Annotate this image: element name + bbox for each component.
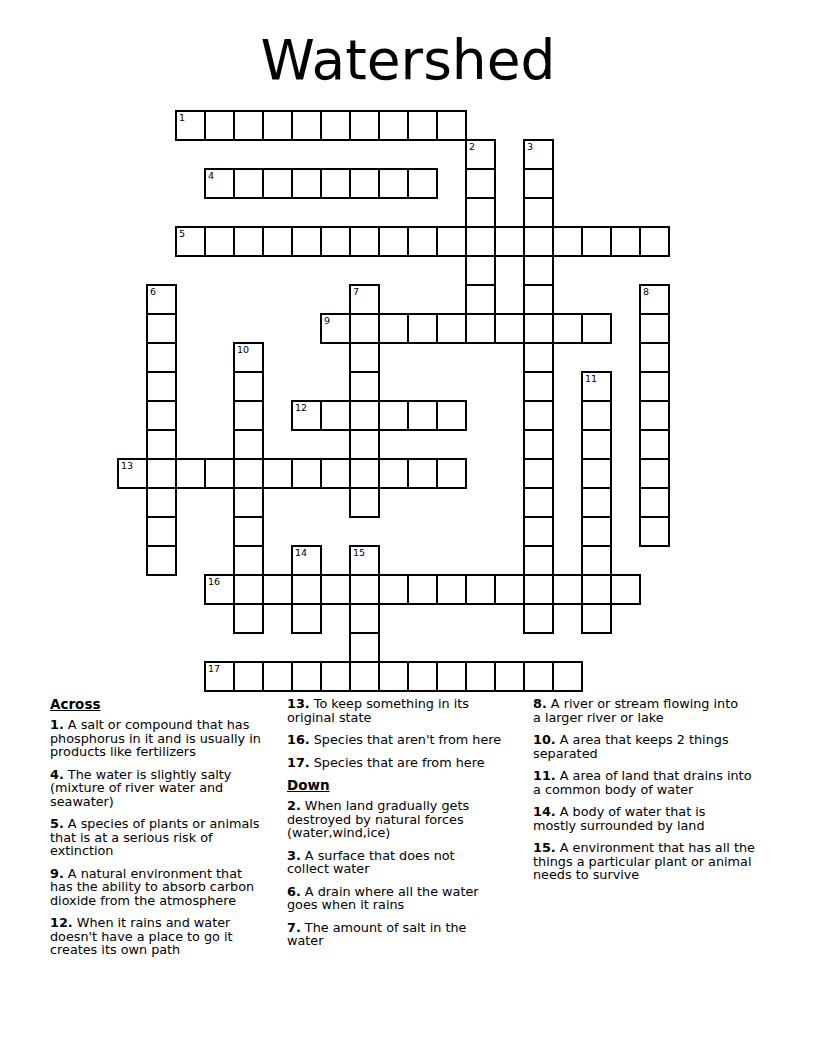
grid-cell[interactable] — [494, 226, 525, 257]
grid-cell[interactable] — [581, 400, 612, 431]
grid-cell[interactable] — [523, 226, 554, 257]
clue-down-11: 11. A area of land that drains into a co… — [533, 769, 785, 796]
grid-cell[interactable]: 5 — [175, 226, 206, 257]
grid-cell[interactable] — [523, 487, 554, 518]
cell-clue-number: 15 — [353, 547, 365, 558]
grid-cell[interactable] — [349, 400, 380, 431]
clue-down-14: 14. A body of water that is mostly surro… — [533, 805, 785, 832]
cell-clue-number: 2 — [469, 141, 475, 152]
grid-cell[interactable] — [436, 574, 467, 605]
down-header: Down — [287, 778, 531, 793]
grid-cell[interactable] — [465, 255, 496, 286]
grid-cell[interactable] — [320, 458, 351, 489]
clue-text: When it rains and water doesn't have a p… — [50, 915, 233, 957]
clue-text: A environment that has all the things a … — [533, 840, 755, 882]
grid-cell[interactable] — [233, 603, 264, 634]
clue-across-5: 5. A species of plants or animals that i… — [50, 817, 286, 858]
grid-cell[interactable] — [581, 603, 612, 634]
clue-across-1: 1. A salt or compound that has phosphoru… — [50, 718, 286, 759]
grid-cell[interactable] — [552, 313, 583, 344]
grid-cell[interactable] — [581, 574, 612, 605]
clue-across-17: 17. Species that are from here — [287, 756, 531, 770]
grid-cell[interactable]: 12 — [291, 400, 322, 431]
clue-text: A surface that does not collect water — [287, 848, 455, 877]
grid-cell[interactable] — [378, 110, 409, 141]
grid-cell[interactable] — [262, 226, 293, 257]
clue-text: A area that keeps 2 things separated — [533, 732, 729, 761]
grid-cell[interactable] — [581, 487, 612, 518]
grid-cell[interactable] — [146, 545, 177, 576]
cell-clue-number: 9 — [324, 315, 330, 326]
grid-cell[interactable] — [581, 545, 612, 576]
grid-cell[interactable] — [465, 574, 496, 605]
grid-cell[interactable] — [146, 516, 177, 547]
grid-cell[interactable] — [233, 661, 264, 692]
grid-cell[interactable] — [523, 545, 554, 576]
grid-cell[interactable] — [494, 661, 525, 692]
grid-cell[interactable] — [320, 168, 351, 199]
grid-cell[interactable] — [407, 110, 438, 141]
grid-cell[interactable] — [349, 458, 380, 489]
grid-cell[interactable] — [349, 313, 380, 344]
grid-cell[interactable] — [146, 371, 177, 402]
grid-cell[interactable] — [233, 168, 264, 199]
grid-cell[interactable]: 3 — [523, 139, 554, 170]
grid-cell[interactable] — [262, 458, 293, 489]
grid-cell[interactable] — [320, 400, 351, 431]
grid-cell[interactable] — [552, 226, 583, 257]
grid-cell[interactable] — [523, 342, 554, 373]
grid-cell[interactable]: 10 — [233, 342, 264, 373]
clue-down-8: 8. A river or stream flowing into a larg… — [533, 697, 785, 724]
grid-cell[interactable] — [523, 603, 554, 634]
clue-text: A natural environment that has the abili… — [50, 866, 254, 908]
grid-cell[interactable]: 11 — [581, 371, 612, 402]
grid-cell[interactable] — [465, 313, 496, 344]
grid-cell[interactable] — [233, 110, 264, 141]
cell-clue-number: 3 — [527, 141, 533, 152]
grid-cell[interactable] — [494, 313, 525, 344]
clue-column-1: Across1. A salt or compound that has pho… — [50, 697, 286, 966]
cell-clue-number: 8 — [643, 286, 649, 297]
grid-cell[interactable] — [233, 400, 264, 431]
clue-down-2: 2. When land gradually gets destroyed by… — [287, 799, 531, 840]
grid-cell[interactable] — [465, 226, 496, 257]
grid-cell[interactable] — [552, 661, 583, 692]
clue-across-9: 9. A natural environment that has the ab… — [50, 867, 286, 908]
grid-cell[interactable] — [407, 574, 438, 605]
grid-cell[interactable]: 13 — [117, 458, 148, 489]
grid-cell[interactable] — [639, 458, 670, 489]
grid-cell[interactable] — [436, 110, 467, 141]
grid-cell[interactable] — [262, 574, 293, 605]
clue-text: A salt or compound that has phosphorus i… — [50, 717, 261, 759]
clue-across-12: 12. When it rains and water doesn't have… — [50, 916, 286, 957]
grid-cell[interactable] — [378, 226, 409, 257]
grid-cell[interactable]: 17 — [204, 661, 235, 692]
grid-cell[interactable] — [291, 661, 322, 692]
grid-cell[interactable] — [349, 429, 380, 460]
grid-cell[interactable] — [581, 429, 612, 460]
clue-number: 17. — [287, 755, 310, 770]
grid-cell[interactable] — [523, 458, 554, 489]
grid-cell[interactable] — [146, 400, 177, 431]
clue-text: A body of water that is mostly surrounde… — [533, 804, 706, 833]
cell-clue-number: 12 — [295, 402, 307, 413]
cell-clue-number: 5 — [179, 228, 185, 239]
clue-down-6: 6. A drain where all the water goes when… — [287, 885, 531, 912]
grid-cell[interactable] — [378, 458, 409, 489]
grid-cell[interactable] — [349, 110, 380, 141]
grid-cell[interactable] — [378, 574, 409, 605]
cell-clue-number: 1 — [179, 112, 185, 123]
clue-across-16: 16. Species that aren't from here — [287, 733, 531, 747]
grid-cell[interactable] — [233, 458, 264, 489]
across-header: Across — [50, 697, 286, 712]
grid-cell[interactable] — [349, 371, 380, 402]
grid-cell[interactable] — [465, 197, 496, 228]
grid-cell[interactable] — [581, 226, 612, 257]
grid-cell[interactable] — [349, 226, 380, 257]
grid-cell[interactable] — [349, 168, 380, 199]
grid-cell[interactable] — [146, 313, 177, 344]
grid-cell[interactable] — [233, 516, 264, 547]
grid-cell[interactable] — [465, 284, 496, 315]
grid-cell[interactable] — [320, 574, 351, 605]
grid-cell[interactable] — [407, 168, 438, 199]
clue-text: A area of land that drains into a common… — [533, 768, 751, 797]
clue-down-10: 10. A area that keeps 2 things separated — [533, 733, 785, 760]
grid-cell[interactable]: 4 — [204, 168, 235, 199]
grid-cell[interactable] — [407, 313, 438, 344]
grid-cell[interactable] — [349, 661, 380, 692]
clue-text: A drain where all the water goes when it… — [287, 884, 479, 913]
clue-text: Species that are from here — [310, 755, 485, 770]
grid-cell[interactable]: 8 — [639, 284, 670, 315]
grid-cell[interactable] — [146, 342, 177, 373]
grid-cell[interactable] — [465, 168, 496, 199]
grid-cell[interactable] — [407, 661, 438, 692]
clue-column-3: 8. A river or stream flowing into a larg… — [533, 697, 785, 891]
grid-cell[interactable]: 14 — [291, 545, 322, 576]
clue-text: The amount of salt in the water — [287, 920, 466, 949]
grid-cell[interactable] — [262, 661, 293, 692]
clue-across-4: 4. The water is slightly salty (mixture … — [50, 768, 286, 809]
grid-cell[interactable] — [523, 429, 554, 460]
grid-cell[interactable] — [639, 516, 670, 547]
grid-cell[interactable] — [262, 110, 293, 141]
grid-cell[interactable] — [610, 574, 641, 605]
grid-cell[interactable] — [523, 371, 554, 402]
grid-cell[interactable] — [204, 110, 235, 141]
grid-cell[interactable] — [349, 342, 380, 373]
grid-cell[interactable] — [436, 313, 467, 344]
grid-cell[interactable]: 1 — [175, 110, 206, 141]
grid-cell[interactable] — [523, 255, 554, 286]
grid-cell[interactable] — [146, 458, 177, 489]
grid-cell[interactable] — [233, 574, 264, 605]
grid-cell[interactable] — [436, 400, 467, 431]
grid-cell[interactable] — [262, 168, 293, 199]
cell-clue-number: 14 — [295, 547, 307, 558]
clue-text: To keep something in its original state — [287, 696, 469, 725]
clue-text: When land gradually gets destroyed by na… — [287, 798, 469, 840]
cell-clue-number: 10 — [237, 344, 249, 355]
grid-cell[interactable] — [378, 661, 409, 692]
grid-cell[interactable] — [436, 661, 467, 692]
clue-column-2: 13. To keep something in its original st… — [287, 697, 531, 957]
grid-cell[interactable] — [378, 400, 409, 431]
clue-text: The water is slightly salty (mixture of … — [50, 767, 231, 809]
clue-down-15: 15. A environment that has all the thing… — [533, 841, 785, 882]
grid-cell[interactable] — [436, 226, 467, 257]
cell-clue-number: 6 — [150, 286, 156, 297]
grid-cell[interactable] — [378, 313, 409, 344]
grid-cell[interactable] — [639, 400, 670, 431]
grid-cell[interactable] — [349, 603, 380, 634]
grid-cell[interactable] — [291, 110, 322, 141]
grid-cell[interactable] — [233, 487, 264, 518]
grid-cell[interactable] — [581, 313, 612, 344]
grid-cell[interactable] — [175, 458, 206, 489]
grid-cell[interactable]: 15 — [349, 545, 380, 576]
grid-cell[interactable] — [291, 458, 322, 489]
clue-text: Species that aren't from here — [310, 732, 502, 747]
grid-cell[interactable] — [349, 632, 380, 663]
clue-number: 16. — [287, 732, 310, 747]
grid-cell[interactable] — [610, 226, 641, 257]
grid-cell[interactable] — [407, 226, 438, 257]
grid-cell[interactable]: 9 — [320, 313, 351, 344]
clue-down-7: 7. The amount of salt in the water — [287, 921, 531, 948]
grid-cell[interactable] — [291, 574, 322, 605]
grid-cell[interactable] — [349, 574, 380, 605]
grid-cell[interactable] — [407, 400, 438, 431]
grid-cell[interactable] — [639, 313, 670, 344]
grid-cell[interactable] — [146, 429, 177, 460]
cell-clue-number: 13 — [121, 460, 133, 471]
grid-cell[interactable] — [291, 168, 322, 199]
grid-cell[interactable] — [523, 400, 554, 431]
grid-cell[interactable] — [639, 226, 670, 257]
grid-cell[interactable] — [639, 429, 670, 460]
grid-cell[interactable] — [523, 313, 554, 344]
grid-cell[interactable] — [291, 226, 322, 257]
grid-cell[interactable] — [552, 574, 583, 605]
grid-cell[interactable]: 16 — [204, 574, 235, 605]
grid-cell[interactable]: 7 — [349, 284, 380, 315]
grid-cell[interactable] — [639, 342, 670, 373]
grid-cell[interactable] — [407, 458, 438, 489]
crossword-grid: 1234567891011121314151617 — [0, 0, 816, 720]
cell-clue-number: 7 — [353, 286, 359, 297]
grid-cell[interactable] — [291, 603, 322, 634]
grid-cell[interactable] — [523, 516, 554, 547]
clue-text: A river or stream flowing into a larger … — [533, 696, 738, 725]
grid-cell[interactable]: 2 — [465, 139, 496, 170]
clue-across-13: 13. To keep something in its original st… — [287, 697, 531, 724]
grid-cell[interactable] — [494, 574, 525, 605]
cell-clue-number: 11 — [585, 373, 597, 384]
grid-cell[interactable] — [639, 487, 670, 518]
grid-cell[interactable] — [233, 429, 264, 460]
grid-cell[interactable] — [204, 458, 235, 489]
grid-cell[interactable]: 6 — [146, 284, 177, 315]
cell-clue-number: 4 — [208, 170, 214, 181]
grid-cell[interactable] — [378, 168, 409, 199]
grid-cell[interactable] — [320, 661, 351, 692]
grid-cell[interactable] — [639, 371, 670, 402]
grid-cell[interactable] — [465, 661, 496, 692]
grid-cell[interactable] — [349, 487, 380, 518]
worksheet-page: { "game": "crossword", "title": "Watersh… — [0, 0, 816, 1056]
grid-cell[interactable] — [523, 574, 554, 605]
clue-down-3: 3. A surface that does not collect water — [287, 849, 531, 876]
grid-cell[interactable] — [523, 284, 554, 315]
grid-cell[interactable] — [523, 661, 554, 692]
grid-cell[interactable] — [320, 226, 351, 257]
grid-cell[interactable] — [233, 545, 264, 576]
cell-clue-number: 17 — [208, 663, 220, 674]
grid-cell[interactable] — [320, 110, 351, 141]
grid-cell[interactable] — [204, 226, 235, 257]
grid-cell[interactable] — [581, 516, 612, 547]
cell-clue-number: 16 — [208, 576, 220, 587]
grid-cell[interactable] — [233, 226, 264, 257]
grid-cell[interactable] — [581, 458, 612, 489]
grid-cell[interactable] — [233, 371, 264, 402]
grid-cell[interactable] — [436, 458, 467, 489]
clue-text: A species of plants or animals that is a… — [50, 816, 260, 858]
grid-cell[interactable] — [523, 168, 554, 199]
grid-cell[interactable] — [523, 197, 554, 228]
grid-cell[interactable] — [146, 487, 177, 518]
